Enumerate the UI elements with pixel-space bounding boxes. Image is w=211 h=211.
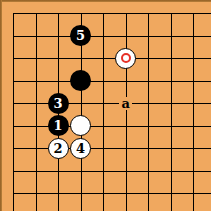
grid-line-vertical [126, 13, 127, 211]
white-stone-2: 2 [48, 138, 69, 159]
grid-line-vertical [193, 13, 194, 211]
white-stone [70, 115, 91, 136]
black-stone-1: 1 [48, 115, 69, 136]
grid-line-vertical [103, 13, 104, 211]
grid-line-horizontal [13, 13, 211, 14]
grid-line-horizontal [13, 126, 211, 127]
grid-line-vertical [171, 13, 172, 211]
board-frame-top-edge [0, 0, 211, 2]
board-frame-left-edge [0, 0, 2, 211]
black-stone-3: 3 [48, 93, 69, 114]
grid-line-horizontal [13, 36, 211, 37]
go-board: a53124 [0, 0, 211, 211]
grid-line-vertical [13, 13, 14, 211]
white-stone-4: 4 [70, 138, 91, 159]
grid-line-horizontal [13, 148, 211, 149]
grid-line-horizontal [13, 81, 211, 82]
grid-line-vertical [36, 13, 37, 211]
grid-line-horizontal [13, 193, 211, 194]
go-diagram: a53124 [0, 0, 211, 211]
black-stone [70, 70, 91, 91]
grid-line-horizontal [13, 171, 211, 172]
grid-line-horizontal [13, 58, 211, 59]
black-stone-5: 5 [70, 25, 91, 46]
circled-white-stone [115, 48, 136, 69]
point-label-a: a [119, 97, 132, 110]
grid-line-vertical [148, 13, 149, 211]
grid-line-horizontal [13, 103, 211, 104]
red-circle-marker-icon [121, 53, 131, 63]
